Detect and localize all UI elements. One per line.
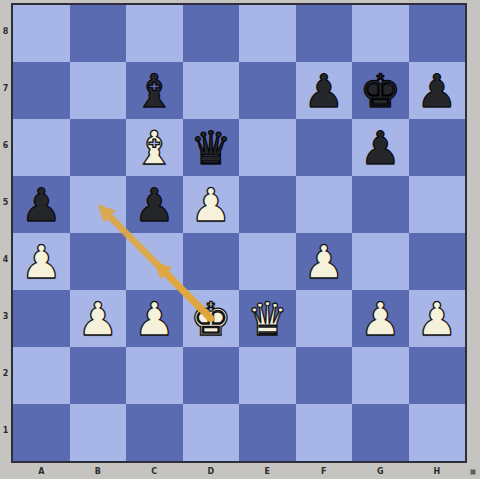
piece-black-pawn-c5[interactable]: ♟ (126, 176, 183, 233)
rank-label-8: 8 (0, 27, 11, 36)
chess-board: ♝♟♚♟♝♛♟♟♟♟♟♟♟♟♚♛♟♟ (11, 3, 467, 463)
square-a8[interactable] (13, 5, 70, 62)
square-f8[interactable] (296, 5, 353, 62)
square-c8[interactable] (126, 5, 183, 62)
file-label-g: G (352, 467, 409, 476)
square-e5[interactable] (239, 176, 296, 233)
resize-handle-icon (470, 469, 476, 475)
square-e2[interactable] (239, 347, 296, 404)
square-b6[interactable] (70, 119, 127, 176)
piece-white-bishop-c6[interactable]: ♝ (126, 119, 183, 176)
piece-white-pawn-d5[interactable]: ♟ (183, 176, 240, 233)
square-b8[interactable] (70, 5, 127, 62)
piece-white-pawn-g3[interactable]: ♟ (352, 290, 409, 347)
file-label-h: H (409, 467, 466, 476)
rank-label-1: 1 (0, 426, 11, 435)
rank-label-7: 7 (0, 84, 11, 93)
square-g5[interactable] (352, 176, 409, 233)
rank-label-3: 3 (0, 312, 11, 321)
file-label-c: C (126, 467, 183, 476)
square-g1[interactable] (352, 404, 409, 461)
square-d1[interactable] (183, 404, 240, 461)
square-a3[interactable] (13, 290, 70, 347)
square-b7[interactable] (70, 62, 127, 119)
square-g8[interactable] (352, 5, 409, 62)
piece-black-pawn-a5[interactable]: ♟ (13, 176, 70, 233)
square-f2[interactable] (296, 347, 353, 404)
file-label-e: E (239, 467, 296, 476)
square-e7[interactable] (239, 62, 296, 119)
square-b4[interactable] (70, 233, 127, 290)
square-e6[interactable] (239, 119, 296, 176)
square-d4[interactable] (183, 233, 240, 290)
square-c4[interactable] (126, 233, 183, 290)
square-g2[interactable] (352, 347, 409, 404)
rank-label-2: 2 (0, 369, 11, 378)
square-h8[interactable] (409, 5, 466, 62)
square-h2[interactable] (409, 347, 466, 404)
square-h4[interactable] (409, 233, 466, 290)
square-h1[interactable] (409, 404, 466, 461)
piece-black-queen-d6[interactable]: ♛ (183, 119, 240, 176)
file-label-d: D (183, 467, 240, 476)
rank-label-6: 6 (0, 141, 11, 150)
piece-white-pawn-f4[interactable]: ♟ (296, 233, 353, 290)
square-a2[interactable] (13, 347, 70, 404)
square-c1[interactable] (126, 404, 183, 461)
square-e1[interactable] (239, 404, 296, 461)
square-a7[interactable] (13, 62, 70, 119)
square-e4[interactable] (239, 233, 296, 290)
file-label-a: A (13, 467, 70, 476)
square-e8[interactable] (239, 5, 296, 62)
piece-white-king-d3[interactable]: ♚ (183, 290, 240, 347)
square-h6[interactable] (409, 119, 466, 176)
piece-white-pawn-h3[interactable]: ♟ (409, 290, 466, 347)
square-f3[interactable] (296, 290, 353, 347)
piece-black-bishop-c7[interactable]: ♝ (126, 62, 183, 119)
piece-black-pawn-g6[interactable]: ♟ (352, 119, 409, 176)
square-f5[interactable] (296, 176, 353, 233)
square-g4[interactable] (352, 233, 409, 290)
piece-black-pawn-h7[interactable]: ♟ (409, 62, 466, 119)
square-h5[interactable] (409, 176, 466, 233)
square-a6[interactable] (13, 119, 70, 176)
square-a1[interactable] (13, 404, 70, 461)
square-d2[interactable] (183, 347, 240, 404)
piece-white-queen-e3[interactable]: ♛ (239, 290, 296, 347)
piece-white-pawn-a4[interactable]: ♟ (13, 233, 70, 290)
rank-label-4: 4 (0, 255, 11, 264)
square-b2[interactable] (70, 347, 127, 404)
chess-board-frame: ♝♟♚♟♝♛♟♟♟♟♟♟♟♟♚♛♟♟ 87654321 ABCDEFGH (0, 0, 480, 479)
rank-label-5: 5 (0, 198, 11, 207)
square-d8[interactable] (183, 5, 240, 62)
file-label-f: F (296, 467, 353, 476)
square-f6[interactable] (296, 119, 353, 176)
square-b5[interactable] (70, 176, 127, 233)
file-label-b: B (70, 467, 127, 476)
piece-black-king-g7[interactable]: ♚ (352, 62, 409, 119)
piece-white-pawn-c3[interactable]: ♟ (126, 290, 183, 347)
square-d7[interactable] (183, 62, 240, 119)
square-c2[interactable] (126, 347, 183, 404)
piece-black-pawn-f7[interactable]: ♟ (296, 62, 353, 119)
square-b1[interactable] (70, 404, 127, 461)
square-f1[interactable] (296, 404, 353, 461)
piece-white-pawn-b3[interactable]: ♟ (70, 290, 127, 347)
